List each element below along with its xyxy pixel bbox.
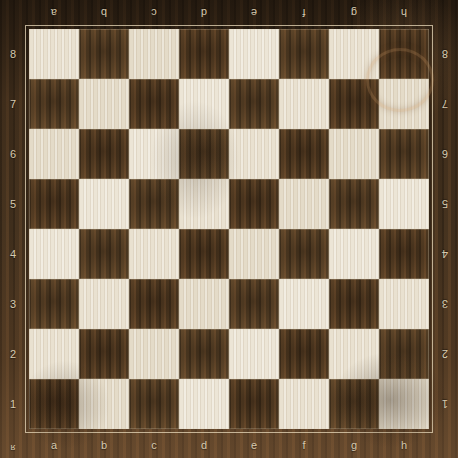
square-f2[interactable] (279, 329, 329, 379)
square-g3[interactable] (329, 279, 379, 329)
coords-bottom: abcdefgh (29, 432, 429, 458)
square-b8[interactable] (79, 29, 129, 79)
coord-bottom-b: b (79, 432, 129, 458)
square-g8[interactable] (329, 29, 379, 79)
square-a5[interactable] (29, 179, 79, 229)
corner-mark: ʁ (6, 440, 20, 454)
square-h6[interactable] (379, 129, 429, 179)
coord-left-1: 1 (0, 379, 26, 429)
square-g7[interactable] (329, 79, 379, 129)
square-e5[interactable] (229, 179, 279, 229)
coord-right-4: 4 (432, 229, 458, 279)
coord-right-2: 2 (432, 329, 458, 379)
coord-top-f: f (279, 0, 329, 26)
square-f6[interactable] (279, 129, 329, 179)
square-e8[interactable] (229, 29, 279, 79)
coord-left-3: 3 (0, 279, 26, 329)
square-f7[interactable] (279, 79, 329, 129)
square-c8[interactable] (129, 29, 179, 79)
coords-top: abcdefgh (29, 0, 429, 26)
coord-bottom-h: h (379, 432, 429, 458)
square-g1[interactable] (329, 379, 379, 429)
square-c1[interactable] (129, 379, 179, 429)
square-h3[interactable] (379, 279, 429, 329)
square-g5[interactable] (329, 179, 379, 229)
square-c5[interactable] (129, 179, 179, 229)
board-grid (29, 29, 429, 429)
square-e4[interactable] (229, 229, 279, 279)
square-f3[interactable] (279, 279, 329, 329)
square-h7[interactable] (379, 79, 429, 129)
square-e1[interactable] (229, 379, 279, 429)
square-f4[interactable] (279, 229, 329, 279)
square-a2[interactable] (29, 329, 79, 379)
square-c6[interactable] (129, 129, 179, 179)
square-a1[interactable] (29, 379, 79, 429)
coord-left-7: 7 (0, 79, 26, 129)
coords-left: 87654321 (0, 29, 26, 429)
coord-right-6: 6 (432, 129, 458, 179)
coord-bottom-a: a (29, 432, 79, 458)
coord-bottom-g: g (329, 432, 379, 458)
square-c7[interactable] (129, 79, 179, 129)
coord-top-e: e (229, 0, 279, 26)
square-g6[interactable] (329, 129, 379, 179)
square-g4[interactable] (329, 229, 379, 279)
coord-top-h: h (379, 0, 429, 26)
square-a4[interactable] (29, 229, 79, 279)
square-f1[interactable] (279, 379, 329, 429)
coord-bottom-d: d (179, 432, 229, 458)
square-e6[interactable] (229, 129, 279, 179)
square-h4[interactable] (379, 229, 429, 279)
square-c2[interactable] (129, 329, 179, 379)
square-a3[interactable] (29, 279, 79, 329)
square-a7[interactable] (29, 79, 79, 129)
square-a8[interactable] (29, 29, 79, 79)
coord-right-7: 7 (432, 79, 458, 129)
coord-bottom-f: f (279, 432, 329, 458)
coord-top-g: g (329, 0, 379, 26)
coord-left-4: 4 (0, 229, 26, 279)
coord-right-1: 1 (432, 379, 458, 429)
square-d4[interactable] (179, 229, 229, 279)
coord-right-8: 8 (432, 29, 458, 79)
square-h5[interactable] (379, 179, 429, 229)
square-d2[interactable] (179, 329, 229, 379)
coord-right-3: 3 (432, 279, 458, 329)
square-d5[interactable] (179, 179, 229, 229)
square-c3[interactable] (129, 279, 179, 329)
square-d8[interactable] (179, 29, 229, 79)
square-d6[interactable] (179, 129, 229, 179)
coord-left-5: 5 (0, 179, 26, 229)
square-g2[interactable] (329, 329, 379, 379)
square-h2[interactable] (379, 329, 429, 379)
square-c4[interactable] (129, 229, 179, 279)
square-a6[interactable] (29, 129, 79, 179)
chessboard: abcdefgh abcdefgh 87654321 87654321 ʁ (0, 0, 458, 458)
coord-right-5: 5 (432, 179, 458, 229)
square-b4[interactable] (79, 229, 129, 279)
square-f8[interactable] (279, 29, 329, 79)
coord-top-b: b (79, 0, 129, 26)
coord-left-8: 8 (0, 29, 26, 79)
coord-top-d: d (179, 0, 229, 26)
coord-bottom-e: e (229, 432, 279, 458)
coord-left-6: 6 (0, 129, 26, 179)
coord-top-a: a (29, 0, 79, 26)
square-d3[interactable] (179, 279, 229, 329)
square-b7[interactable] (79, 79, 129, 129)
coord-top-c: c (129, 0, 179, 26)
square-b3[interactable] (79, 279, 129, 329)
square-h8[interactable] (379, 29, 429, 79)
square-e3[interactable] (229, 279, 279, 329)
coords-right: 87654321 (432, 29, 458, 429)
square-e2[interactable] (229, 329, 279, 379)
square-h1[interactable] (379, 379, 429, 429)
square-d7[interactable] (179, 79, 229, 129)
square-f5[interactable] (279, 179, 329, 229)
square-b1[interactable] (79, 379, 129, 429)
square-b5[interactable] (79, 179, 129, 229)
coord-left-2: 2 (0, 329, 26, 379)
square-b2[interactable] (79, 329, 129, 379)
square-d1[interactable] (179, 379, 229, 429)
square-e7[interactable] (229, 79, 279, 129)
coord-bottom-c: c (129, 432, 179, 458)
square-b6[interactable] (79, 129, 129, 179)
